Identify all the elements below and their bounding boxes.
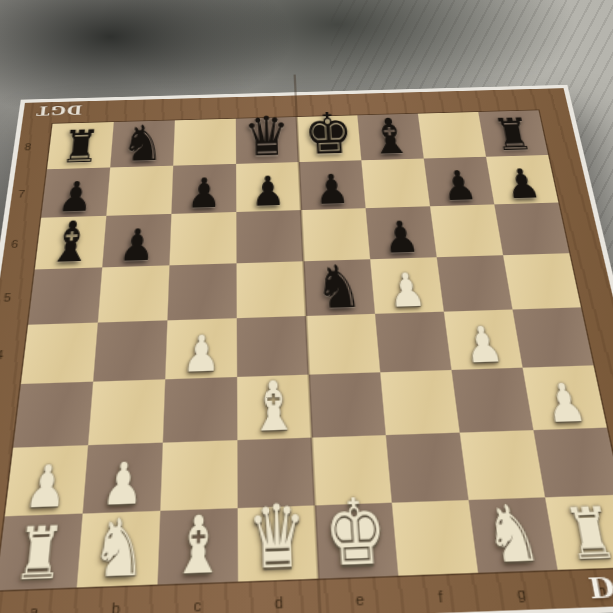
- square-h2[interactable]: [533, 428, 613, 498]
- file-label-b: b: [74, 599, 157, 613]
- dgt-logo-rotated: DGT: [34, 102, 82, 118]
- file-label-f: f: [400, 587, 483, 606]
- white-knight[interactable]: ♞: [77, 508, 161, 587]
- square-d1[interactable]: ♛: [238, 505, 319, 581]
- square-h3[interactable]: ♟: [523, 365, 607, 430]
- square-c1[interactable]: ♝: [158, 508, 239, 584]
- file-label-d: d: [238, 593, 320, 613]
- black-rook[interactable]: ♜: [479, 112, 549, 157]
- black-pawn[interactable]: ♟: [299, 168, 365, 209]
- square-b7[interactable]: [106, 166, 173, 216]
- black-pawn[interactable]: ♟: [366, 215, 436, 259]
- square-c6[interactable]: [169, 212, 236, 265]
- square-e1[interactable]: ♚: [315, 503, 398, 579]
- square-f7[interactable]: [361, 159, 430, 209]
- square-f6[interactable]: ♟: [366, 206, 437, 259]
- square-c5[interactable]: [167, 263, 236, 320]
- square-e5[interactable]: ♞: [303, 259, 375, 316]
- square-a6[interactable]: ♝: [35, 216, 107, 270]
- black-pawn[interactable]: ♟: [425, 165, 494, 206]
- square-d7[interactable]: ♟: [236, 162, 301, 212]
- square-h6[interactable]: [494, 203, 569, 256]
- square-b8[interactable]: ♞: [110, 120, 175, 167]
- rank-label-5: 5: [0, 270, 15, 326]
- square-d5[interactable]: [237, 261, 306, 318]
- rank-label-8: 8: [21, 124, 34, 170]
- white-pawn[interactable]: ♟: [371, 266, 444, 313]
- black-knight[interactable]: ♞: [303, 257, 375, 316]
- square-a8[interactable]: ♜: [47, 122, 114, 169]
- white-king[interactable]: ♚: [314, 489, 398, 579]
- white-pawn[interactable]: ♟: [445, 319, 522, 369]
- square-d6[interactable]: [236, 210, 303, 263]
- white-rook[interactable]: ♜: [0, 516, 82, 590]
- rank-label-6: 6: [8, 218, 22, 270]
- rank-label-7: 7: [15, 170, 28, 219]
- square-c7[interactable]: ♟: [171, 164, 236, 214]
- square-g1[interactable]: ♞: [469, 497, 558, 572]
- square-g4[interactable]: ♟: [444, 310, 523, 370]
- file-label-e: e: [319, 590, 401, 609]
- white-bishop[interactable]: ♝: [237, 372, 312, 440]
- square-f2[interactable]: [386, 433, 469, 503]
- white-pawn[interactable]: ♟: [165, 328, 237, 379]
- square-g8[interactable]: [418, 112, 486, 159]
- square-b4[interactable]: [93, 320, 167, 381]
- square-g7[interactable]: ♟: [424, 157, 495, 207]
- dgt-logo: DGT: [586, 569, 613, 604]
- file-label-g: g: [480, 585, 563, 604]
- square-e4[interactable]: [306, 314, 380, 375]
- black-pawn[interactable]: ♟: [236, 170, 301, 211]
- square-g5[interactable]: [437, 255, 513, 311]
- black-pawn[interactable]: ♟: [102, 223, 171, 267]
- square-b1[interactable]: ♞: [77, 511, 161, 588]
- square-h4[interactable]: [513, 307, 594, 367]
- file-label-c: c: [156, 596, 238, 613]
- white-pawn[interactable]: ♟: [524, 376, 606, 430]
- square-e7[interactable]: ♟: [299, 160, 366, 210]
- white-rook[interactable]: ♜: [546, 497, 613, 569]
- square-a1[interactable]: ♜: [0, 514, 83, 591]
- square-b6[interactable]: ♟: [102, 214, 171, 267]
- square-a4[interactable]: [21, 323, 98, 384]
- square-f8[interactable]: ♝: [357, 114, 423, 161]
- square-f3[interactable]: [380, 370, 459, 435]
- black-queen[interactable]: ♛: [236, 111, 299, 164]
- square-f1[interactable]: [392, 500, 478, 576]
- square-c3[interactable]: [163, 377, 238, 443]
- square-b5[interactable]: [98, 265, 170, 322]
- black-king[interactable]: ♚: [296, 107, 361, 162]
- square-e3[interactable]: [309, 372, 386, 437]
- square-a2[interactable]: ♟: [5, 445, 88, 516]
- white-bishop[interactable]: ♝: [158, 505, 239, 584]
- square-h7[interactable]: ♟: [486, 155, 558, 204]
- square-b3[interactable]: [88, 379, 165, 445]
- square-a5[interactable]: [28, 267, 102, 324]
- square-d8[interactable]: ♛: [236, 117, 299, 164]
- rank-label-4: 4: [0, 325, 7, 385]
- black-rook[interactable]: ♜: [47, 124, 114, 169]
- black-bishop[interactable]: ♝: [357, 112, 424, 160]
- board-grid: ♜♞♛♚♝♜♟♟♟♟♟♟♝♟♟♞♟♟♟♝♟♟♟♜♞♝♛♚♞♜: [0, 110, 613, 590]
- chess-board: ♜♞♛♚♝♜♟♟♟♟♟♟♝♟♟♞♟♟♟♝♟♟♟♜♞♝♛♚♞♜ abcdefgh …: [0, 88, 613, 613]
- square-a3[interactable]: [13, 382, 93, 448]
- black-pawn[interactable]: ♟: [171, 172, 236, 214]
- square-c4[interactable]: ♟: [165, 318, 237, 379]
- square-d3[interactable]: ♝: [237, 375, 312, 440]
- black-bishop[interactable]: ♝: [35, 214, 107, 269]
- white-queen[interactable]: ♛: [238, 495, 319, 581]
- black-knight[interactable]: ♞: [110, 119, 175, 168]
- file-label-a: a: [0, 602, 76, 613]
- square-f4[interactable]: [375, 312, 451, 373]
- black-pawn[interactable]: ♟: [487, 163, 558, 204]
- white-pawn[interactable]: ♟: [5, 457, 87, 516]
- square-g6[interactable]: [430, 204, 503, 257]
- square-f5[interactable]: ♟: [370, 257, 444, 314]
- white-knight[interactable]: ♞: [468, 494, 557, 572]
- square-e8[interactable]: ♚: [297, 115, 362, 162]
- square-h8[interactable]: ♜: [478, 110, 548, 156]
- square-h5[interactable]: [503, 253, 581, 309]
- square-h1[interactable]: ♜: [545, 495, 613, 570]
- square-c8[interactable]: [173, 119, 236, 166]
- square-g3[interactable]: [452, 368, 534, 433]
